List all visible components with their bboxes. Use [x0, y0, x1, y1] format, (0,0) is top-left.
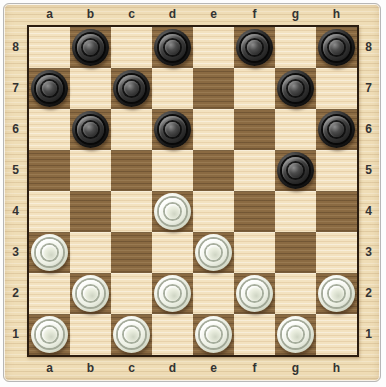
square-c5[interactable] [111, 150, 152, 191]
square-e2[interactable] [193, 273, 234, 314]
file-label-bottom-d: d [152, 357, 193, 379]
square-e7[interactable] [193, 68, 234, 109]
rank-label-left-8: 8 [4, 27, 27, 68]
square-c3[interactable] [111, 232, 152, 273]
file-label-top-c: c [111, 4, 152, 25]
rank-label-left-1: 1 [4, 314, 27, 355]
square-f7[interactable] [234, 68, 275, 109]
white-man-h2[interactable] [318, 275, 355, 312]
white-man-e1[interactable] [195, 316, 232, 353]
square-f8[interactable] [234, 27, 275, 68]
white-man-f2[interactable] [236, 275, 273, 312]
square-h5[interactable] [316, 150, 357, 191]
square-a5[interactable] [29, 150, 70, 191]
square-d4[interactable] [152, 191, 193, 232]
square-h8[interactable] [316, 27, 357, 68]
square-b4[interactable] [70, 191, 111, 232]
black-man-h6[interactable] [318, 111, 355, 148]
square-h2[interactable] [316, 273, 357, 314]
square-a6[interactable] [29, 109, 70, 150]
file-label-top-f: f [234, 4, 275, 25]
square-d1[interactable] [152, 314, 193, 355]
square-a8[interactable] [29, 27, 70, 68]
white-man-d2[interactable] [154, 275, 191, 312]
square-g3[interactable] [275, 232, 316, 273]
white-man-e3[interactable] [195, 234, 232, 271]
rank-label-left-7: 7 [4, 68, 27, 109]
square-c6[interactable] [111, 109, 152, 150]
square-e5[interactable] [193, 150, 234, 191]
square-e4[interactable] [193, 191, 234, 232]
square-a4[interactable] [29, 191, 70, 232]
square-b8[interactable] [70, 27, 111, 68]
square-g7[interactable] [275, 68, 316, 109]
square-e8[interactable] [193, 27, 234, 68]
black-man-b6[interactable] [72, 111, 109, 148]
file-label-bottom-h: h [316, 357, 357, 379]
square-b2[interactable] [70, 273, 111, 314]
square-c4[interactable] [111, 191, 152, 232]
rank-label-right-1: 1 [359, 314, 378, 355]
square-d6[interactable] [152, 109, 193, 150]
rank-label-right-2: 2 [359, 273, 378, 314]
black-man-b8[interactable] [72, 29, 109, 66]
white-man-a1[interactable] [31, 316, 68, 353]
file-label-top-g: g [275, 4, 316, 25]
rank-label-left-5: 5 [4, 150, 27, 191]
rank-label-right-6: 6 [359, 109, 378, 150]
black-man-h8[interactable] [318, 29, 355, 66]
board-frame: abcdefgh abcdefgh 87654321 87654321 [3, 3, 381, 382]
black-man-f8[interactable] [236, 29, 273, 66]
square-a7[interactable] [29, 68, 70, 109]
square-b3[interactable] [70, 232, 111, 273]
square-h6[interactable] [316, 109, 357, 150]
file-label-bottom-f: f [234, 357, 275, 379]
square-h7[interactable] [316, 68, 357, 109]
rank-label-left-3: 3 [4, 232, 27, 273]
black-man-g7[interactable] [277, 70, 314, 107]
file-label-bottom-b: b [70, 357, 111, 379]
file-label-top-d: d [152, 4, 193, 25]
file-label-bottom-c: c [111, 357, 152, 379]
rank-label-right-3: 3 [359, 232, 378, 273]
rank-label-right-5: 5 [359, 150, 378, 191]
file-label-top-e: e [193, 4, 234, 25]
square-f3[interactable] [234, 232, 275, 273]
white-man-g1[interactable] [277, 316, 314, 353]
square-g8[interactable] [275, 27, 316, 68]
square-a3[interactable] [29, 232, 70, 273]
checkers-board [27, 25, 359, 357]
black-man-g5[interactable] [277, 152, 314, 189]
white-man-c1[interactable] [113, 316, 150, 353]
square-g2[interactable] [275, 273, 316, 314]
file-label-bottom-a: a [29, 357, 70, 379]
rank-label-left-6: 6 [4, 109, 27, 150]
rank-label-left-4: 4 [4, 191, 27, 232]
white-man-d4[interactable] [154, 193, 191, 230]
square-d2[interactable] [152, 273, 193, 314]
square-g6[interactable] [275, 109, 316, 150]
square-f5[interactable] [234, 150, 275, 191]
black-man-c7[interactable] [113, 70, 150, 107]
white-man-b2[interactable] [72, 275, 109, 312]
square-e3[interactable] [193, 232, 234, 273]
square-b6[interactable] [70, 109, 111, 150]
square-g5[interactable] [275, 150, 316, 191]
square-h1[interactable] [316, 314, 357, 355]
square-d3[interactable] [152, 232, 193, 273]
square-e6[interactable] [193, 109, 234, 150]
file-label-bottom-e: e [193, 357, 234, 379]
rank-label-left-2: 2 [4, 273, 27, 314]
square-b5[interactable] [70, 150, 111, 191]
square-h3[interactable] [316, 232, 357, 273]
rank-label-right-7: 7 [359, 68, 378, 109]
square-f1[interactable] [234, 314, 275, 355]
square-c7[interactable] [111, 68, 152, 109]
square-h4[interactable] [316, 191, 357, 232]
rank-label-right-8: 8 [359, 27, 378, 68]
rank-label-right-4: 4 [359, 191, 378, 232]
square-e1[interactable] [193, 314, 234, 355]
square-g4[interactable] [275, 191, 316, 232]
white-man-a3[interactable] [31, 234, 68, 271]
black-man-a7[interactable] [31, 70, 68, 107]
square-c1[interactable] [111, 314, 152, 355]
square-a2[interactable] [29, 273, 70, 314]
square-g1[interactable] [275, 314, 316, 355]
black-man-d8[interactable] [154, 29, 191, 66]
square-b7[interactable] [70, 68, 111, 109]
file-label-top-b: b [70, 4, 111, 25]
square-b1[interactable] [70, 314, 111, 355]
square-f2[interactable] [234, 273, 275, 314]
square-d8[interactable] [152, 27, 193, 68]
black-man-d6[interactable] [154, 111, 191, 148]
file-label-top-h: h [316, 4, 357, 25]
file-label-top-a: a [29, 4, 70, 25]
square-d7[interactable] [152, 68, 193, 109]
file-label-bottom-g: g [275, 357, 316, 379]
checkers-app: abcdefgh abcdefgh 87654321 87654321 [0, 0, 386, 387]
square-f6[interactable] [234, 109, 275, 150]
square-a1[interactable] [29, 314, 70, 355]
square-d5[interactable] [152, 150, 193, 191]
square-c2[interactable] [111, 273, 152, 314]
square-f4[interactable] [234, 191, 275, 232]
square-c8[interactable] [111, 27, 152, 68]
